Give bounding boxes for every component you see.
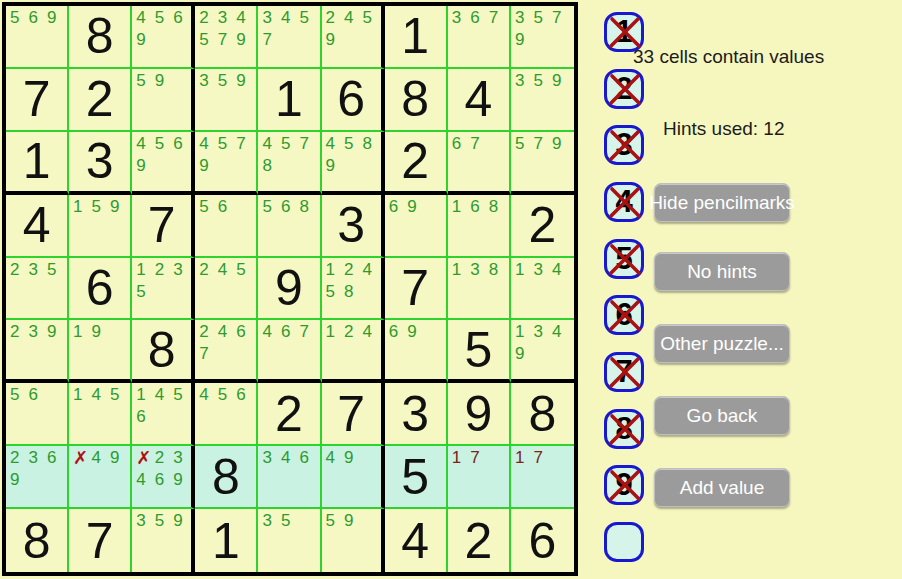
cell-r6c5[interactable]: 467 [258, 320, 321, 383]
pencilmark: 3 [470, 259, 489, 281]
cell-value: 8 [6, 509, 67, 572]
hints-used-text: Hints used: 12 [663, 118, 784, 140]
cell-r2c9[interactable]: 359 [511, 69, 574, 132]
pencilmark: 6 [281, 321, 300, 343]
pencilmarks: 2369 [10, 447, 67, 491]
cell-r4c6[interactable]: 3 [322, 195, 385, 258]
pencilmarks: 346 [262, 447, 319, 469]
pencilmark: 9 [173, 469, 192, 491]
pencilmark: 3 [515, 70, 534, 92]
cell-r5c2[interactable]: 6 [69, 258, 132, 321]
pencilmark: 6 [173, 133, 192, 155]
pencilmark: 8 [299, 196, 318, 218]
digit-button-7[interactable]: 7 [604, 352, 644, 392]
pencilmark: 7 [533, 447, 552, 469]
pencilmark: 4 [136, 133, 155, 155]
pencilmark: 9 [236, 70, 255, 92]
cell-r4c9[interactable]: 2 [511, 195, 574, 258]
cell-r1c3[interactable]: 4569 [132, 6, 195, 69]
cell-r7c4[interactable]: 456 [195, 383, 258, 446]
cell-r3c5[interactable]: 4578 [258, 132, 321, 195]
cell-r7c8[interactable]: 9 [448, 383, 511, 446]
pencilmark: 7 [236, 133, 255, 155]
pencilmarks: 234579 [199, 7, 256, 51]
cell-r9c3[interactable]: 359 [132, 509, 195, 572]
pencilmark: 7 [299, 321, 318, 343]
cell-r6c8[interactable]: 5 [448, 320, 511, 383]
cell-r8c6[interactable]: 49 [322, 446, 385, 509]
pencilmark: 3 [262, 7, 281, 29]
pencilmark: 1 [452, 196, 471, 218]
pencilmark: 9 [47, 321, 66, 343]
pencilmarks: 245 [199, 259, 256, 281]
pencilmark: 9 [326, 155, 345, 177]
cell-r4c1[interactable]: 4 [6, 195, 69, 258]
cell-r8c1[interactable]: 2369 [6, 446, 69, 509]
pencilmark: 5 [326, 281, 345, 303]
cell-value: 3 [69, 132, 130, 191]
pencilmark: 4 [92, 384, 111, 406]
other-puzzle-button[interactable]: Other puzzle... [654, 324, 790, 363]
cell-r4c4[interactable]: 56 [195, 195, 258, 258]
pencilmark: 5 [173, 384, 192, 406]
pencilmark: 9 [136, 155, 155, 177]
pencilmark: 3 [199, 70, 218, 92]
cell-r1c1[interactable]: 569 [6, 6, 69, 69]
cell-value: 8 [385, 69, 446, 130]
pencilmark: 4 [262, 133, 281, 155]
pencilmarks: 3579 [515, 7, 572, 51]
cell-value: 7 [6, 69, 67, 130]
pencilmark: 5 [92, 196, 111, 218]
cell-value: 8 [511, 383, 574, 444]
pencilmark: 4 [136, 469, 155, 491]
digit-button-column: 123456789 [604, 12, 646, 562]
pencilmark: 5 [218, 384, 237, 406]
pencilmark: 4 [236, 7, 255, 29]
cell-r9c5[interactable]: 35 [258, 509, 321, 572]
pencilmark: 3 [218, 7, 237, 29]
pencilmark: 3 [173, 259, 192, 281]
pencilmark: 1 [73, 321, 92, 343]
pencilmark: 3 [262, 510, 281, 532]
pencilmark: 9 [236, 29, 255, 51]
cell-r5c9[interactable]: 134 [511, 258, 574, 321]
cell-r6c7[interactable]: 69 [385, 320, 448, 383]
cell-r5c8[interactable]: 138 [448, 258, 511, 321]
pencilmark: 2 [199, 259, 218, 281]
pencilmarks: 2459 [326, 7, 383, 51]
sudoku-app: 5698456923457934572459136735797259359168… [0, 0, 902, 579]
cell-value: 6 [322, 69, 381, 130]
pencilmarks: 2467 [199, 321, 256, 365]
cell-value: 1 [258, 69, 319, 130]
hide-pencilmarks-button[interactable]: Hide pencilmarks [654, 183, 790, 222]
pencilmark: 3 [29, 259, 48, 281]
pencilmarks: 159 [73, 196, 130, 218]
cell-r1c2[interactable]: 8 [69, 6, 132, 69]
pencilmarks: 145 [73, 384, 130, 406]
pencilmark: 6 [236, 321, 255, 343]
pencilmark: 9 [552, 133, 571, 155]
pencilmark: 6 [47, 447, 66, 469]
pencilmarks: 17 [515, 447, 572, 469]
pencilmarks: 56 [199, 196, 256, 218]
cell-value: 2 [69, 69, 130, 130]
pencilmark: 4 [218, 321, 237, 343]
cell-r4c8[interactable]: 168 [448, 195, 511, 258]
cell-value: 9 [448, 383, 509, 444]
pencilmark: 9 [407, 321, 426, 343]
cell-r4c5[interactable]: 568 [258, 195, 321, 258]
cell-value: 5 [385, 446, 446, 507]
cell-value: 2 [448, 509, 509, 572]
pencilmark: 9 [326, 29, 345, 51]
cell-value: 2 [258, 383, 319, 444]
pencilmark: 4 [155, 384, 174, 406]
pencilmarks: 579 [515, 133, 572, 155]
pencilmarks: 1456 [136, 384, 193, 428]
pencilmarks: 134 [515, 259, 572, 281]
pencilmark: 6 [136, 406, 155, 428]
pencilmark: 8 [344, 281, 363, 303]
pencilmark: 7 [533, 133, 552, 155]
pencilmark: 2 [199, 7, 218, 29]
cell-r3c3[interactable]: 4569 [132, 132, 195, 195]
pencilmark: 3 [533, 259, 552, 281]
cell-r8c8[interactable]: 17 [448, 446, 511, 509]
pencilmark: 4 [199, 133, 218, 155]
pencilmark: 6 [470, 7, 489, 29]
sudoku-board: 5698456923457934572459136735797259359168… [2, 2, 578, 576]
pencilmark: 4 [281, 7, 300, 29]
pencilmark: 5 [281, 133, 300, 155]
pencilmark: 5 [299, 7, 318, 29]
cell-r3c6[interactable]: 4589 [322, 132, 385, 195]
pencilmark: 6 [389, 196, 408, 218]
pencilmarks: 19 [73, 321, 130, 343]
pencilmark: 4 [136, 7, 155, 29]
pencilmarks: 569 [10, 7, 67, 29]
cell-value: 1 [385, 6, 446, 67]
cell-r5c5[interactable]: 9 [258, 258, 321, 321]
cell-r3c9[interactable]: 579 [511, 132, 574, 195]
pencilmark: 7 [299, 133, 318, 155]
cell-r8c4[interactable]: 8 [195, 446, 258, 509]
cell-r9c2[interactable]: 7 [69, 509, 132, 572]
pencilmark: 9 [110, 196, 129, 218]
cell-r8c9[interactable]: 17 [511, 446, 574, 509]
cell-r5c4[interactable]: 245 [195, 258, 258, 321]
pencilmark: 1 [515, 447, 534, 469]
pencilmark: 2 [326, 7, 345, 29]
cell-r6c6[interactable]: 124 [322, 320, 385, 383]
cell-r7c9[interactable]: 8 [511, 383, 574, 446]
pencilmark: 9 [10, 469, 29, 491]
pencilmark: 2 [10, 447, 29, 469]
pencilmark: 1 [136, 259, 155, 281]
cell-r3c8[interactable]: 67 [448, 132, 511, 195]
add-value-button[interactable]: Add value [654, 468, 790, 507]
pencilmark: 9 [515, 343, 534, 365]
go-back-button[interactable]: Go back [654, 396, 790, 435]
pencilmarks: ✗49 [73, 447, 130, 469]
digit-button-8[interactable]: 8 [604, 409, 644, 449]
pencilmark: 6 [470, 196, 489, 218]
pencilmark: 9 [173, 510, 192, 532]
pencilmarks: 69 [389, 196, 446, 218]
pencilmark: 9 [92, 321, 111, 343]
pencilmark: 4 [326, 447, 345, 469]
digit-button-9[interactable]: 9 [604, 465, 644, 505]
cell-r2c7[interactable]: 8 [385, 69, 448, 132]
cell-r9c9[interactable]: 6 [511, 509, 574, 572]
digit-button-5[interactable]: 5 [604, 239, 644, 279]
cell-r7c7[interactable]: 3 [385, 383, 448, 446]
cell-r3c2[interactable]: 3 [69, 132, 132, 195]
cell-r6c9[interactable]: 1349 [511, 320, 574, 383]
pencilmark: 7 [218, 29, 237, 51]
cell-r4c7[interactable]: 69 [385, 195, 448, 258]
pencilmark: 9 [47, 7, 66, 29]
pencilmark: 7 [199, 343, 218, 365]
cell-r1c6[interactable]: 2459 [322, 6, 385, 69]
pencilmark: 5 [281, 510, 300, 532]
no-hints-button[interactable]: No hints [654, 252, 790, 291]
cell-r9c6[interactable]: 59 [322, 509, 385, 572]
pencilmark: 5 [199, 29, 218, 51]
cell-r5c7[interactable]: 7 [385, 258, 448, 321]
pencilmarks: 138 [452, 259, 509, 281]
pencilmark: 3 [452, 7, 471, 29]
cell-value: 7 [132, 195, 191, 256]
pencilmark: 5 [218, 133, 237, 155]
pencilmark: 3 [515, 7, 534, 29]
pencilmark: 5 [155, 133, 174, 155]
cell-r2c1[interactable]: 7 [6, 69, 69, 132]
cell-r2c6[interactable]: 6 [322, 69, 385, 132]
pencilmark: 5 [110, 384, 129, 406]
pencilmark: 8 [262, 155, 281, 177]
pencilmark: 3 [262, 447, 281, 469]
cell-value: 3 [385, 383, 446, 444]
pencilmark: 7 [470, 447, 489, 469]
cell-r1c8[interactable]: 367 [448, 6, 511, 69]
pencilmark: 8 [489, 196, 508, 218]
pencilmark: 6 [173, 7, 192, 29]
pencilmark: 3 [29, 447, 48, 469]
pencilmarks: 4569 [136, 133, 193, 177]
clear-value-button[interactable] [604, 522, 644, 562]
cell-r5c6[interactable]: 12458 [322, 258, 385, 321]
cell-r6c4[interactable]: 2467 [195, 320, 258, 383]
cell-r1c4[interactable]: 234579 [195, 6, 258, 69]
pencilmarks: 568 [262, 196, 319, 218]
pencilmark: 4 [552, 321, 571, 343]
pencilmark: 9 [552, 70, 571, 92]
pencilmark: 4 [262, 321, 281, 343]
cell-r9c1[interactable]: 8 [6, 509, 69, 572]
cell-r6c3[interactable]: 8 [132, 320, 195, 383]
cell-value: 1 [195, 509, 256, 572]
cell-value: 2 [511, 195, 574, 256]
pencilmarks: ✗23469 [136, 447, 193, 491]
pencilmark: 5 [363, 7, 382, 29]
pencilmarks: 124 [326, 321, 383, 343]
pencilmark: 1 [326, 321, 345, 343]
pencilmarks: 12458 [326, 259, 383, 303]
pencilmark: 2 [155, 259, 174, 281]
pencilmark: 4 [199, 384, 218, 406]
pencilmark: 9 [199, 155, 218, 177]
cell-r4c2[interactable]: 159 [69, 195, 132, 258]
cell-r2c3[interactable]: 59 [132, 69, 195, 132]
digit-button-2[interactable]: 2 [604, 69, 644, 109]
pencilmark: 6 [281, 196, 300, 218]
pencilmarks: 456 [199, 384, 256, 406]
cell-r8c7[interactable]: 5 [385, 446, 448, 509]
cell-value: 7 [69, 509, 130, 572]
cell-r7c5[interactable]: 2 [258, 383, 321, 446]
cell-r6c1[interactable]: 239 [6, 320, 69, 383]
pencilmark: 3 [533, 321, 552, 343]
pencilmark: 5 [136, 281, 155, 303]
pencilmarks: 67 [452, 133, 509, 155]
pencilmark: 2 [344, 321, 363, 343]
pencilmark: 4 [218, 259, 237, 281]
pencilmarks: 168 [452, 196, 509, 218]
pencilmarks: 3457 [262, 7, 319, 51]
cell-r2c4[interactable]: 359 [195, 69, 258, 132]
cell-r7c3[interactable]: 1456 [132, 383, 195, 446]
cell-value: 1 [6, 132, 67, 191]
cell-r9c8[interactable]: 2 [448, 509, 511, 572]
cells-count-text: 33 cells contain values [633, 46, 824, 68]
cell-r9c4[interactable]: 1 [195, 509, 258, 572]
pencilmark: 7 [552, 7, 571, 29]
pencilmark: 9 [344, 510, 363, 532]
pencilmark: 7 [262, 29, 281, 51]
cell-value: 4 [448, 69, 509, 130]
pencilmark: 3 [136, 510, 155, 532]
pencilmark: 8 [363, 133, 382, 155]
pencilmarks: 1235 [136, 259, 193, 303]
pencilmark: 7 [470, 133, 489, 155]
cell-value: 6 [511, 509, 574, 572]
digit-button-3[interactable]: 3 [604, 125, 644, 165]
pencilmark: 5 [10, 384, 29, 406]
pencilmark: 5 [515, 133, 534, 155]
pencilmarks: 1349 [515, 321, 572, 365]
cell-value: 7 [385, 258, 446, 319]
cell-r8c3[interactable]: ✗23469 [132, 446, 195, 509]
cell-r5c3[interactable]: 1235 [132, 258, 195, 321]
pencilmark: 1 [73, 196, 92, 218]
pencilmark: 2 [344, 259, 363, 281]
pencilmark: 6 [299, 447, 318, 469]
pencilmarks: 4589 [326, 133, 383, 177]
pencilmark: 9 [407, 196, 426, 218]
cell-value: 8 [69, 6, 130, 67]
cell-value: 8 [195, 446, 256, 507]
pencilmark: 5 [533, 70, 552, 92]
cell-value: 9 [258, 258, 319, 319]
pencilmark: 1 [515, 259, 534, 281]
cell-r3c1[interactable]: 1 [6, 132, 69, 195]
pencilmark: 3 [173, 447, 192, 469]
pencilmark: 4 [363, 321, 382, 343]
cell-r7c6[interactable]: 7 [322, 383, 385, 446]
cell-r7c1[interactable]: 56 [6, 383, 69, 446]
pencilmarks: 59 [326, 510, 383, 532]
pencilmark: 8 [489, 259, 508, 281]
pencilmark: 5 [326, 510, 345, 532]
cell-r1c5[interactable]: 3457 [258, 6, 321, 69]
cell-r2c8[interactable]: 4 [448, 69, 511, 132]
pencilmark: 2 [199, 321, 218, 343]
pencilmark: 6 [29, 384, 48, 406]
pencilmark: 4 [281, 447, 300, 469]
pencilmarks: 49 [326, 447, 383, 469]
digit-button-4[interactable]: 4 [604, 182, 644, 222]
cell-r5c1[interactable]: 235 [6, 258, 69, 321]
pencilmark: 2 [10, 259, 29, 281]
pencilmark: 4 [363, 259, 382, 281]
pencilmark: 6 [389, 321, 408, 343]
pencilmarks: 467 [262, 321, 319, 343]
pencilmarks: 359 [199, 70, 256, 92]
pencilmark: 5 [47, 259, 66, 281]
cell-r8c2[interactable]: ✗49 [69, 446, 132, 509]
pencilmark: 6 [452, 133, 471, 155]
pencilmark: 5 [199, 196, 218, 218]
cell-value: 4 [6, 195, 67, 256]
cell-r3c7[interactable]: 2 [385, 132, 448, 195]
eliminated-candidate-icon: ✗ [136, 447, 155, 469]
pencilmark: 4 [92, 447, 111, 469]
pencilmark: 6 [155, 469, 174, 491]
cell-r3c4[interactable]: 4579 [195, 132, 258, 195]
pencilmark: 1 [452, 447, 471, 469]
pencilmark: 9 [110, 447, 129, 469]
pencilmark: 2 [155, 447, 174, 469]
pencilmark: 1 [452, 259, 471, 281]
cell-value: 2 [385, 132, 446, 191]
cell-r1c9[interactable]: 3579 [511, 6, 574, 69]
cell-r1c7[interactable]: 1 [385, 6, 448, 69]
cell-r2c2[interactable]: 2 [69, 69, 132, 132]
cell-value: 8 [132, 320, 191, 379]
cell-r8c5[interactable]: 346 [258, 446, 321, 509]
cell-r4c3[interactable]: 7 [132, 195, 195, 258]
cell-value: 5 [448, 320, 509, 379]
cell-r9c7[interactable]: 4 [385, 509, 448, 572]
cell-r6c2[interactable]: 19 [69, 320, 132, 383]
pencilmark: 4 [552, 259, 571, 281]
pencilmark: 5 [344, 133, 363, 155]
cell-r7c2[interactable]: 145 [69, 383, 132, 446]
digit-button-6[interactable]: 6 [604, 295, 644, 335]
pencilmarks: 35 [262, 510, 319, 532]
pencilmark: 1 [136, 384, 155, 406]
pencilmark: 5 [10, 7, 29, 29]
pencilmarks: 4569 [136, 7, 193, 51]
pencilmark: 7 [489, 7, 508, 29]
cell-r2c5[interactable]: 1 [258, 69, 321, 132]
pencilmark: 2 [10, 321, 29, 343]
pencilmark: 5 [155, 7, 174, 29]
cell-value: 6 [69, 258, 130, 319]
